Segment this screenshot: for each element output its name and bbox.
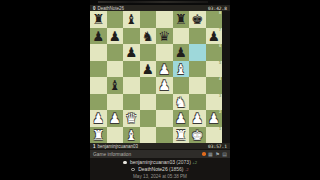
bottom-player-name: benjaminjrcuanan03 — [98, 144, 139, 149]
rank-coordinate-1: 1 — [219, 127, 221, 131]
letterbox-left — [0, 0, 90, 180]
square-c3[interactable] — [123, 94, 140, 111]
square-b3[interactable] — [107, 94, 124, 111]
square-a4[interactable] — [90, 77, 107, 94]
square-g4[interactable] — [189, 77, 206, 94]
square-b4[interactable]: ♝ — [107, 77, 124, 94]
white-pawn: ♟ — [107, 110, 124, 127]
black-bishop: ♝ — [107, 77, 124, 94]
square-d6[interactable] — [140, 44, 157, 61]
square-h7[interactable]: ♟7 — [206, 28, 223, 45]
white-color-icon — [123, 161, 127, 165]
square-g3[interactable] — [189, 94, 206, 111]
square-g1[interactable]: ♚ — [189, 127, 206, 144]
square-f4[interactable] — [173, 77, 190, 94]
top-player-clock: 03:42.8 — [208, 6, 227, 11]
square-e4[interactable]: ♟ — [156, 77, 173, 94]
square-d3[interactable] — [140, 94, 157, 111]
square-f5[interactable]: ♝ — [173, 61, 190, 78]
square-f8[interactable]: ♜ — [173, 11, 190, 28]
chess-board[interactable]: ♜♝♜♚8♟♟♞♛♟7♟♟6♟♟♝5♝♟4♞3♟♟♛♟♟♟2♜♝♜♚1 — [90, 11, 222, 143]
square-c5[interactable] — [123, 61, 140, 78]
black-pawn: ♟ — [140, 61, 157, 78]
square-b7[interactable]: ♟ — [107, 28, 124, 45]
square-e6[interactable] — [156, 44, 173, 61]
black-pawn: ♟ — [107, 28, 124, 45]
black-player-row[interactable]: DeathNote26 (1856) -2 — [90, 166, 230, 173]
white-pawn: ♟ — [156, 61, 173, 78]
square-f1[interactable]: ♜ — [173, 127, 190, 144]
black-rook: ♜ — [173, 11, 190, 28]
black-pawn: ♟ — [206, 28, 223, 45]
square-a8[interactable]: ♜ — [90, 11, 107, 28]
black-queen: ♛ — [156, 28, 173, 45]
game-information-title: Game information — [93, 152, 131, 157]
game-date: May 13, 2024 at 05:38 PM — [90, 173, 230, 180]
square-g2[interactable]: ♟ — [189, 110, 206, 127]
engine-dot-icon[interactable] — [202, 152, 206, 156]
screenshot-stage: 0 DeathNote26 03:42.8 ♜♝♜♚8♟♟♞♛♟7♟♟6♟♟♝5… — [0, 0, 320, 180]
square-a7[interactable]: ♟ — [90, 28, 107, 45]
black-rook: ♜ — [90, 11, 107, 28]
rank-coordinate-7: 7 — [219, 28, 221, 32]
black-pawn: ♟ — [90, 28, 107, 45]
square-a5[interactable] — [90, 61, 107, 78]
square-b6[interactable] — [107, 44, 124, 61]
square-a1[interactable]: ♜ — [90, 127, 107, 144]
square-e3[interactable] — [156, 94, 173, 111]
square-d4[interactable] — [140, 77, 157, 94]
rank-coordinate-2: 2 — [219, 110, 221, 114]
square-h1[interactable]: 1 — [206, 127, 223, 144]
square-g7[interactable] — [189, 28, 206, 45]
archive-icon[interactable]: ▤ — [222, 152, 227, 157]
square-h3[interactable]: 3 — [206, 94, 223, 111]
square-c7[interactable] — [123, 28, 140, 45]
square-a3[interactable] — [90, 94, 107, 111]
white-bishop: ♝ — [123, 127, 140, 144]
white-queen: ♛ — [123, 110, 140, 127]
square-c2[interactable]: ♛ — [123, 110, 140, 127]
white-player-row[interactable]: benjaminjrcuanan03 (2073) +2 — [90, 159, 230, 166]
top-player-score: 0 — [93, 6, 96, 11]
square-h2[interactable]: ♟2 — [206, 110, 223, 127]
square-g8[interactable]: ♚ — [189, 11, 206, 28]
square-f7[interactable] — [173, 28, 190, 45]
square-h4[interactable]: 4 — [206, 77, 223, 94]
square-d1[interactable] — [140, 127, 157, 144]
square-g5[interactable] — [189, 61, 206, 78]
rank-coordinate-6: 6 — [219, 44, 221, 48]
square-f6[interactable]: ♟ — [173, 44, 190, 61]
white-rook: ♜ — [90, 127, 107, 144]
bottom-player-score: 1 — [93, 144, 96, 149]
white-bishop: ♝ — [173, 61, 190, 78]
square-b2[interactable]: ♟ — [107, 110, 124, 127]
white-pawn: ♟ — [156, 77, 173, 94]
letterbox-right — [230, 0, 320, 180]
white-pawn: ♟ — [173, 110, 190, 127]
white-player-rating: (2073) — [176, 159, 190, 165]
bottom-player-clock: 03:57.1 — [208, 144, 227, 149]
square-b1[interactable] — [107, 127, 124, 144]
square-a2[interactable]: ♟ — [90, 110, 107, 127]
rank-coordinate-3: 3 — [219, 94, 221, 98]
square-h5[interactable]: 5 — [206, 61, 223, 78]
square-f3[interactable]: ♞ — [173, 94, 190, 111]
white-knight: ♞ — [173, 94, 190, 111]
square-e2[interactable] — [156, 110, 173, 127]
bottom-player-bar[interactable]: 1 benjaminjrcuanan03 03:57.1 — [90, 143, 230, 149]
black-player-name: DeathNote26 — [138, 166, 167, 172]
black-knight: ♞ — [140, 28, 157, 45]
black-rating-change: -2 — [185, 167, 189, 172]
square-d8[interactable] — [140, 11, 157, 28]
rank-coordinate-5: 5 — [219, 61, 221, 65]
white-rating-change: +2 — [192, 160, 197, 165]
white-pawn: ♟ — [189, 110, 206, 127]
white-player-name: benjaminjrcuanan03 — [130, 159, 175, 165]
square-d5[interactable]: ♟ — [140, 61, 157, 78]
top-player-name: DeathNote26 — [98, 6, 125, 11]
square-e5[interactable]: ♟ — [156, 61, 173, 78]
square-c8[interactable]: ♝ — [123, 11, 140, 28]
square-a6[interactable] — [90, 44, 107, 61]
square-h6[interactable]: 6 — [206, 44, 223, 61]
square-c1[interactable]: ♝ — [123, 127, 140, 144]
black-king: ♚ — [189, 11, 206, 28]
square-e1[interactable] — [156, 127, 173, 144]
square-b5[interactable] — [107, 61, 124, 78]
black-bishop: ♝ — [123, 11, 140, 28]
flag-icon[interactable]: ⚑ — [215, 152, 219, 157]
white-king: ♚ — [189, 127, 206, 144]
square-g6[interactable] — [189, 44, 206, 61]
board-icon[interactable]: ▦ — [208, 152, 213, 157]
square-f2[interactable]: ♟ — [173, 110, 190, 127]
status-smudge — [98, 1, 208, 3]
white-pawn: ♟ — [90, 110, 107, 127]
black-pawn: ♟ — [173, 44, 190, 61]
square-e8[interactable] — [156, 11, 173, 28]
black-player-rating: (1856) — [169, 166, 183, 172]
square-c4[interactable] — [123, 77, 140, 94]
square-b8[interactable] — [107, 11, 124, 28]
game-information-header: Game information ▦ ⚑ ▤ — [90, 150, 230, 158]
square-e7[interactable]: ♛ — [156, 28, 173, 45]
game-information-panel: benjaminjrcuanan03 (2073) +2 DeathNote26… — [90, 159, 230, 180]
lichess-app-frame: 0 DeathNote26 03:42.8 ♜♝♜♚8♟♟♞♛♟7♟♟6♟♟♝5… — [90, 0, 230, 180]
rank-coordinate-8: 8 — [219, 11, 221, 15]
black-color-icon — [131, 168, 135, 172]
square-c6[interactable]: ♟ — [123, 44, 140, 61]
square-d7[interactable]: ♞ — [140, 28, 157, 45]
black-pawn: ♟ — [123, 44, 140, 61]
white-rook: ♜ — [173, 127, 190, 144]
rank-coordinate-4: 4 — [219, 77, 221, 81]
white-pawn: ♟ — [206, 110, 223, 127]
square-h8[interactable]: 8 — [206, 11, 223, 28]
square-d2[interactable] — [140, 110, 157, 127]
